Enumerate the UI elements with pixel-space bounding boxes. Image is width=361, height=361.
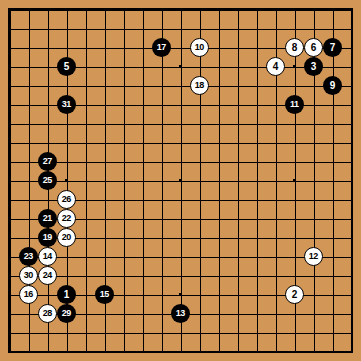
stone-move-number: 11: [290, 100, 298, 109]
stone-white-move-8[interactable]: 8: [285, 38, 304, 57]
stones-layer: 1234567891011121314151617181920212223242…: [0, 0, 361, 361]
stone-black-move-27[interactable]: 27: [38, 152, 57, 171]
stone-move-number: 5: [64, 62, 70, 72]
stone-move-number: 24: [43, 271, 52, 280]
stone-move-number: 14: [43, 252, 52, 261]
stone-move-number: 17: [157, 43, 166, 52]
stone-white-move-6[interactable]: 6: [304, 38, 323, 57]
stone-white-move-12[interactable]: 12: [304, 247, 323, 266]
stone-move-number: 21: [43, 214, 52, 223]
stone-move-number: 3: [311, 62, 317, 72]
stone-white-move-22[interactable]: 22: [57, 209, 76, 228]
stone-move-number: 19: [43, 233, 52, 242]
stone-move-number: 22: [62, 214, 71, 223]
stone-move-number: 26: [62, 195, 71, 204]
stone-move-number: 10: [195, 43, 204, 52]
stone-move-number: 15: [100, 290, 109, 299]
stone-white-move-30[interactable]: 30: [19, 266, 38, 285]
stone-move-number: 12: [309, 252, 318, 261]
stone-black-move-9[interactable]: 9: [323, 76, 342, 95]
stone-white-move-14[interactable]: 14: [38, 247, 57, 266]
stone-white-move-10[interactable]: 10: [190, 38, 209, 57]
stone-black-move-11[interactable]: 11: [285, 95, 304, 114]
stone-black-move-23[interactable]: 23: [19, 247, 38, 266]
stone-move-number: 4: [273, 62, 279, 72]
stone-white-move-16[interactable]: 16: [19, 285, 38, 304]
stone-black-move-29[interactable]: 29: [57, 304, 76, 323]
stone-move-number: 20: [62, 233, 71, 242]
stone-white-move-28[interactable]: 28: [38, 304, 57, 323]
stone-white-move-20[interactable]: 20: [57, 228, 76, 247]
stone-move-number: 13: [176, 309, 185, 318]
stone-move-number: 2: [292, 290, 298, 300]
stone-move-number: 18: [195, 81, 204, 90]
stone-white-move-18[interactable]: 18: [190, 76, 209, 95]
stone-black-move-5[interactable]: 5: [57, 57, 76, 76]
go-board[interactable]: 1234567891011121314151617181920212223242…: [0, 0, 361, 361]
stone-move-number: 6: [311, 43, 317, 53]
stone-move-number: 29: [62, 309, 71, 318]
stone-move-number: 23: [24, 252, 33, 261]
stone-move-number: 1: [64, 290, 70, 300]
stone-move-number: 30: [24, 271, 33, 280]
stone-black-move-19[interactable]: 19: [38, 228, 57, 247]
stone-black-move-17[interactable]: 17: [152, 38, 171, 57]
stone-move-number: 8: [292, 43, 298, 53]
stone-black-move-13[interactable]: 13: [171, 304, 190, 323]
stone-black-move-3[interactable]: 3: [304, 57, 323, 76]
stone-move-number: 27: [43, 157, 52, 166]
stone-black-move-1[interactable]: 1: [57, 285, 76, 304]
stone-white-move-24[interactable]: 24: [38, 266, 57, 285]
stone-white-move-2[interactable]: 2: [285, 285, 304, 304]
stone-white-move-26[interactable]: 26: [57, 190, 76, 209]
stone-white-move-4[interactable]: 4: [266, 57, 285, 76]
stone-black-move-7[interactable]: 7: [323, 38, 342, 57]
stone-black-move-21[interactable]: 21: [38, 209, 57, 228]
stone-black-move-31[interactable]: 31: [57, 95, 76, 114]
stone-move-number: 28: [43, 309, 52, 318]
stone-move-number: 9: [330, 81, 336, 91]
stone-move-number: 25: [43, 176, 52, 185]
stone-move-number: 31: [62, 100, 71, 109]
stone-black-move-15[interactable]: 15: [95, 285, 114, 304]
stone-move-number: 7: [330, 43, 336, 53]
stone-black-move-25[interactable]: 25: [38, 171, 57, 190]
stone-move-number: 16: [24, 290, 33, 299]
